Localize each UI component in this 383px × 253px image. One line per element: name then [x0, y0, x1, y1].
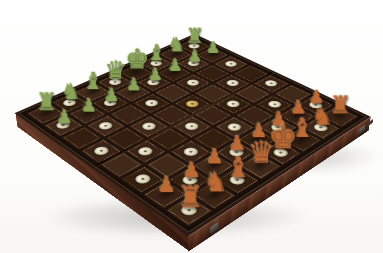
- inlay-dot-g3: [265, 99, 283, 109]
- board-grid: ♜♞♝♛♚♝♞♜♟♟♟♟♟♟♟♟♟♟♟♟♟♟♟♟♜♞♝♛♚♝♞♜: [14, 33, 370, 235]
- inlay-dot-e3: [225, 121, 244, 132]
- piece-shadow: [120, 86, 144, 98]
- inlay-dot-d4: [182, 121, 201, 132]
- inlay-dot-c5: [139, 120, 158, 130]
- inlay-dot-b4: [135, 145, 155, 157]
- piece-shadow: [288, 132, 313, 147]
- piece-shadow: [199, 186, 227, 204]
- inlay-dot-g5: [223, 78, 240, 87]
- inlay-dot-a3: [132, 172, 153, 185]
- inlay-dot-h4: [262, 79, 279, 88]
- piece-shadow: [285, 109, 309, 122]
- inlay-dot-a5: [91, 144, 111, 156]
- chess-board: ♜♞♝♛♚♝♞♜♟♟♟♟♟♟♟♟♟♟♟♟♟♟♟♟♜♞♝♛♚♝♞♜: [14, 33, 370, 235]
- piece-shadow: [201, 49, 222, 59]
- piece-shadow: [75, 107, 100, 120]
- piece-shadow: [164, 49, 186, 59]
- piece-shadow: [327, 109, 351, 122]
- inlay-dot-c3: [180, 145, 200, 157]
- chessboard-photo: ♜♞♝♛♚♝♞♜♟♟♟♟♟♟♟♟♟♟♟♟♟♟♟♟♜♞♝♛♚♝♞♜: [0, 0, 383, 253]
- scene: ♜♞♝♛♚♝♞♜♟♟♟♟♟♟♟♟♟♟♟♟♟♟♟♟♜♞♝♛♚♝♞♜: [0, 0, 383, 253]
- inlay-dot-tan-e5: [183, 98, 201, 108]
- piece-shadow: [150, 185, 179, 203]
- piece-shadow: [244, 132, 269, 147]
- piece-shadow: [124, 67, 147, 78]
- inlay-dot-f4: [224, 99, 242, 109]
- inlay-dot-f6: [184, 78, 201, 87]
- inlay-dot-b6: [96, 120, 115, 130]
- inlay-dot-d6: [142, 98, 160, 108]
- piece-shadow: [33, 107, 58, 120]
- piece-shadow: [246, 158, 273, 174]
- piece-shadow: [200, 157, 227, 173]
- piece-shadow: [163, 67, 186, 78]
- inlay-dot-h6: [222, 59, 239, 67]
- piece-shadow: [81, 86, 105, 98]
